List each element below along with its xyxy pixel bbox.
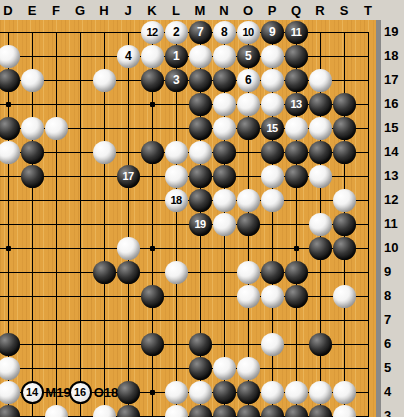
legend-move-16-circle: 16 xyxy=(69,381,92,404)
legend-move-14-circle: 14 xyxy=(21,381,44,404)
stone-S14-black xyxy=(333,141,356,164)
col-label-D: D xyxy=(3,3,12,18)
star-point-D16 xyxy=(6,102,11,107)
stone-Q18-black xyxy=(285,45,308,68)
col-label-S: S xyxy=(340,3,349,18)
row-labels-gutter: 191817161514131211109876543 xyxy=(381,20,404,417)
stone-O12-white xyxy=(237,189,260,212)
stone-N15-white xyxy=(213,117,236,140)
legend-move-14-point-text: M19 xyxy=(45,385,70,400)
stone-P6-white xyxy=(261,333,284,356)
stone-O15-black xyxy=(237,117,260,140)
col-label-T: T xyxy=(364,3,372,18)
stone-O5-white xyxy=(237,357,260,380)
move-number-8: 8 xyxy=(213,21,236,44)
star-point-Q10 xyxy=(294,246,299,251)
row-label-11: 11 xyxy=(384,216,398,231)
star-point-K10 xyxy=(150,246,155,251)
stone-P14-black xyxy=(261,141,284,164)
move-number-17: 17 xyxy=(117,165,140,188)
row-label-17: 17 xyxy=(384,72,398,87)
stone-R17-white xyxy=(309,69,332,92)
stone-Q17-black xyxy=(285,69,308,92)
stone-P12-white xyxy=(261,189,284,212)
stone-L19-white: 2 xyxy=(165,21,188,44)
move-number-9: 9 xyxy=(261,21,284,44)
stone-S10-black xyxy=(333,237,356,260)
stone-J9-black xyxy=(117,261,140,284)
row-label-8: 8 xyxy=(384,288,391,303)
column-labels-gutter: DEFGHJKLMNOPQRST xyxy=(0,0,404,20)
move-number-13: 13 xyxy=(285,93,308,116)
stone-Q14-black xyxy=(285,141,308,164)
row-label-5: 5 xyxy=(384,360,391,375)
stone-O8-white xyxy=(237,285,260,308)
col-label-H: H xyxy=(99,3,108,18)
stone-P19-black: 9 xyxy=(261,21,284,44)
move-number-7: 7 xyxy=(189,21,212,44)
stone-N4-black xyxy=(213,381,236,404)
stone-H9-black xyxy=(93,261,116,284)
stone-R16-black xyxy=(309,93,332,116)
move-number-18: 18 xyxy=(165,189,188,212)
stone-E17-white xyxy=(21,69,44,92)
move-number-1: 1 xyxy=(165,45,188,68)
stone-N14-black xyxy=(213,141,236,164)
stone-N16-white xyxy=(213,93,236,116)
stone-S12-white xyxy=(333,189,356,212)
stone-R11-white xyxy=(309,213,332,236)
row-label-19: 19 xyxy=(384,24,398,39)
stone-S4-white xyxy=(333,381,356,404)
stone-E14-black xyxy=(21,141,44,164)
stone-R13-white xyxy=(309,165,332,188)
stone-H14-white xyxy=(93,141,116,164)
stone-N5-white xyxy=(213,357,236,380)
stone-P4-white xyxy=(261,381,284,404)
col-label-J: J xyxy=(124,3,131,18)
stone-R15-white xyxy=(309,117,332,140)
stone-H17-white xyxy=(93,69,116,92)
stone-E13-black xyxy=(21,165,44,188)
stone-Q19-black: 11 xyxy=(285,21,308,44)
stone-N13-black xyxy=(213,165,236,188)
stone-M14-white xyxy=(189,141,212,164)
star-point-K4 xyxy=(150,390,155,395)
move-number-2: 2 xyxy=(165,21,188,44)
star-point-D10 xyxy=(6,246,11,251)
stone-D14-white xyxy=(0,141,20,164)
row-label-16: 16 xyxy=(384,96,398,111)
stone-L13-white xyxy=(165,165,188,188)
stone-K17-black xyxy=(141,69,164,92)
stone-R4-white xyxy=(309,381,332,404)
col-label-M: M xyxy=(195,3,206,18)
row-label-4: 4 xyxy=(384,384,391,399)
stone-K6-black xyxy=(141,333,164,356)
stone-S16-black xyxy=(333,93,356,116)
col-label-N: N xyxy=(219,3,228,18)
stone-J18-white: 4 xyxy=(117,45,140,68)
stone-N11-white xyxy=(213,213,236,236)
move-number-3: 3 xyxy=(165,69,188,92)
go-diagram-window: DEFGHJKLMNOPQRST 12278109114153613151718… xyxy=(0,0,404,417)
stone-O9-white xyxy=(237,261,260,284)
stone-S15-black xyxy=(333,117,356,140)
row-label-18: 18 xyxy=(384,48,398,63)
col-label-K: K xyxy=(147,3,156,18)
stone-O11-black xyxy=(237,213,260,236)
row-label-15: 15 xyxy=(384,120,398,135)
row-label-13: 13 xyxy=(384,168,398,183)
row-label-3: 3 xyxy=(384,408,391,417)
stone-D17-black xyxy=(0,69,20,92)
stone-N17-black xyxy=(213,69,236,92)
stone-M16-black xyxy=(189,93,212,116)
col-label-O: O xyxy=(243,3,253,18)
stone-R6-black xyxy=(309,333,332,356)
stone-M6-black xyxy=(189,333,212,356)
row-label-9: 9 xyxy=(384,264,391,279)
stone-P16-white xyxy=(261,93,284,116)
stone-D15-black xyxy=(0,117,20,140)
stone-P13-white xyxy=(261,165,284,188)
stone-M5-black xyxy=(189,357,212,380)
legend-move-16-point-text: O18 xyxy=(94,385,119,400)
col-label-Q: Q xyxy=(291,3,301,18)
stone-L18-black: 1 xyxy=(165,45,188,68)
stone-S8-white xyxy=(333,285,356,308)
stone-L4-white xyxy=(165,381,188,404)
move-number-5: 5 xyxy=(237,45,260,68)
stone-K8-black xyxy=(141,285,164,308)
stone-P18-white xyxy=(261,45,284,68)
stone-O16-white xyxy=(237,93,260,116)
stone-Q4-white xyxy=(285,381,308,404)
stone-R14-black xyxy=(309,141,332,164)
stone-J10-white xyxy=(117,237,140,260)
stone-L17-black: 3 xyxy=(165,69,188,92)
stone-K14-black xyxy=(141,141,164,164)
move-number-6: 6 xyxy=(237,69,260,92)
stone-P9-black xyxy=(261,261,284,284)
row-label-7: 7 xyxy=(384,312,391,327)
stone-N12-white xyxy=(213,189,236,212)
stone-O17-white: 6 xyxy=(237,69,260,92)
stone-D5-white xyxy=(0,357,20,380)
row-label-10: 10 xyxy=(384,240,398,255)
stone-N19-white: 8 xyxy=(213,21,236,44)
stone-P8-white xyxy=(261,285,284,308)
stone-J13-black: 17 xyxy=(117,165,140,188)
stone-Q15-white xyxy=(285,117,308,140)
move-number-4: 4 xyxy=(117,45,140,68)
col-label-F: F xyxy=(52,3,60,18)
col-label-G: G xyxy=(75,3,85,18)
stone-K18-white xyxy=(141,45,164,68)
row-label-6: 6 xyxy=(384,336,391,351)
stone-E15-white xyxy=(21,117,44,140)
row-label-14: 14 xyxy=(384,144,398,159)
stone-N18-white xyxy=(213,45,236,68)
stone-Q13-black xyxy=(285,165,308,188)
move-number-12: 12 xyxy=(141,21,164,44)
col-label-E: E xyxy=(28,3,37,18)
stone-M15-black xyxy=(189,117,212,140)
stone-L12-white: 18 xyxy=(165,189,188,212)
stone-P17-white xyxy=(261,69,284,92)
stone-M4-white xyxy=(189,381,212,404)
row-label-12: 12 xyxy=(384,192,398,207)
move-number-10: 10 xyxy=(237,21,260,44)
stone-K19-white: 12 xyxy=(141,21,164,44)
stone-Q8-black xyxy=(285,285,308,308)
stone-Q9-black xyxy=(285,261,308,284)
stone-J4-black xyxy=(117,381,140,404)
move-number-11: 11 xyxy=(285,21,308,44)
star-point-K16 xyxy=(150,102,155,107)
stone-M11-black: 19 xyxy=(189,213,212,236)
stone-M13-black xyxy=(189,165,212,188)
stone-D18-white xyxy=(0,45,20,68)
stone-F15-white xyxy=(45,117,68,140)
col-label-L: L xyxy=(172,3,180,18)
stone-O4-black xyxy=(237,381,260,404)
stone-L14-white xyxy=(165,141,188,164)
go-board[interactable]: 122781091141536131517181914M1916O18 xyxy=(0,20,377,417)
col-label-P: P xyxy=(268,3,277,18)
stone-M19-black: 7 xyxy=(189,21,212,44)
stone-S11-black xyxy=(333,213,356,236)
stone-Q16-black: 13 xyxy=(285,93,308,116)
stone-O18-black: 5 xyxy=(237,45,260,68)
move-number-15: 15 xyxy=(261,117,284,140)
stone-O19-white: 10 xyxy=(237,21,260,44)
stone-P15-black: 15 xyxy=(261,117,284,140)
stone-D4-white xyxy=(0,381,20,404)
col-label-R: R xyxy=(315,3,324,18)
stone-M17-black xyxy=(189,69,212,92)
stone-M18-white xyxy=(189,45,212,68)
stone-L9-white xyxy=(165,261,188,284)
move-number-19: 19 xyxy=(189,213,212,236)
stone-M12-black xyxy=(189,189,212,212)
stone-D6-black xyxy=(0,333,20,356)
stone-R10-black xyxy=(309,237,332,260)
